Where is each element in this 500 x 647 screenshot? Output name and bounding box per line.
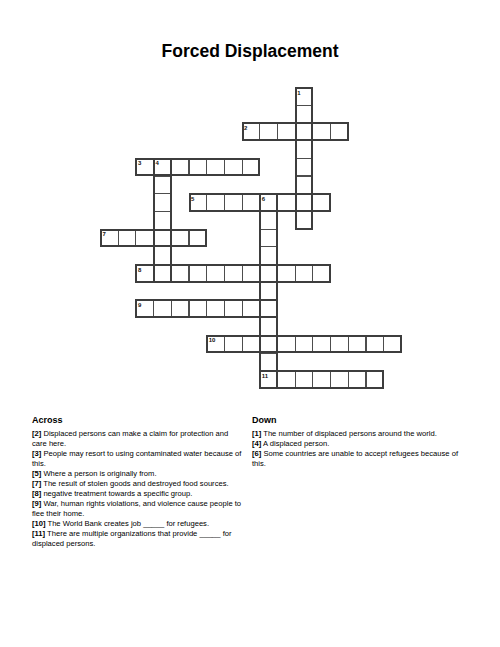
grid-cell[interactable] xyxy=(153,193,172,212)
grid-cell[interactable] xyxy=(348,335,367,354)
grid-cell[interactable] xyxy=(295,335,314,354)
clue-across-10: [10] The World Bank creates job _____ fo… xyxy=(32,519,245,529)
across-heading: Across xyxy=(32,415,245,426)
grid-cell[interactable] xyxy=(348,370,367,389)
grid-cell[interactable] xyxy=(312,122,331,141)
crossword-page: Forced Displacement 1234567891011 Across… xyxy=(0,0,500,647)
grid-cell[interactable] xyxy=(153,264,172,283)
grid-cell[interactable] xyxy=(295,370,314,389)
clue-across-7: [7] The result of stolen goods and destr… xyxy=(32,479,245,489)
clue-across-11: [11] There are multiple organizations th… xyxy=(32,529,245,549)
grid-cell[interactable] xyxy=(312,193,331,212)
grid-cell[interactable] xyxy=(171,299,190,318)
grid-cell[interactable] xyxy=(330,370,349,389)
clue-down-4: [4] A displaced person. xyxy=(252,439,472,449)
grid-cell[interactable] xyxy=(383,335,402,354)
grid-cell[interactable] xyxy=(135,229,154,248)
down-heading: Down xyxy=(252,415,472,426)
across-clue-list: [2] Displaced persons can make a claim f… xyxy=(32,429,245,549)
grid-cell[interactable] xyxy=(135,264,154,283)
clue-down-6: [6] Some countries are unable to accept … xyxy=(252,449,472,469)
grid-cell[interactable] xyxy=(153,229,172,248)
grid-cell[interactable] xyxy=(153,211,172,230)
grid-cell[interactable] xyxy=(224,158,243,177)
across-clues-section: Across [2] Displaced persons can make a … xyxy=(32,415,245,549)
grid-cell[interactable] xyxy=(312,335,331,354)
grid-cell[interactable] xyxy=(295,264,314,283)
grid-cell[interactable] xyxy=(277,122,296,141)
grid-cell[interactable] xyxy=(259,299,278,318)
grid-cell[interactable] xyxy=(295,193,314,212)
grid-cell[interactable] xyxy=(259,246,278,265)
clue-across-9: [9] War, human rights violations, and vi… xyxy=(32,499,245,519)
grid-cell[interactable] xyxy=(118,229,137,248)
grid-cell[interactable] xyxy=(153,176,172,195)
grid-cell[interactable] xyxy=(242,158,261,177)
grid-cell[interactable] xyxy=(366,335,385,354)
grid-cell[interactable] xyxy=(259,317,278,336)
grid-cell[interactable] xyxy=(135,299,154,318)
grid-cell[interactable] xyxy=(206,158,225,177)
grid-cell[interactable] xyxy=(295,105,314,124)
grid-cell[interactable] xyxy=(259,264,278,283)
grid-cell[interactable] xyxy=(189,193,208,212)
grid-cell[interactable] xyxy=(259,353,278,372)
clue-across-3: [3] People may resort to using contamina… xyxy=(32,449,245,469)
clue-down-1: [1] The number of displaced persons arou… xyxy=(252,429,472,439)
grid-cell[interactable] xyxy=(330,122,349,141)
down-clues-section: Down [1] The number of displaced persons… xyxy=(252,415,472,469)
grid-cell[interactable] xyxy=(259,370,278,389)
grid-cell[interactable] xyxy=(295,87,314,106)
grid-cell[interactable] xyxy=(224,299,243,318)
grid-cell[interactable] xyxy=(206,264,225,283)
grid-cell[interactable] xyxy=(295,140,314,159)
grid-cell[interactable] xyxy=(366,370,385,389)
grid-cell[interactable] xyxy=(171,264,190,283)
grid-cell[interactable] xyxy=(135,158,154,177)
grid-cell[interactable] xyxy=(189,229,208,248)
grid-cell[interactable] xyxy=(242,299,261,318)
grid-cell[interactable] xyxy=(153,246,172,265)
grid-cell[interactable] xyxy=(224,264,243,283)
grid-cell[interactable] xyxy=(189,264,208,283)
grid-cell[interactable] xyxy=(330,335,349,354)
grid-cell[interactable] xyxy=(100,229,119,248)
page-title: Forced Displacement xyxy=(0,41,500,62)
grid-cell[interactable] xyxy=(277,370,296,389)
grid-cell[interactable] xyxy=(153,299,172,318)
grid-cell[interactable] xyxy=(242,264,261,283)
clue-across-5: [5] Where a person is originally from. xyxy=(32,469,245,479)
grid-cell[interactable] xyxy=(242,122,261,141)
grid-cell[interactable] xyxy=(189,158,208,177)
grid-cell[interactable] xyxy=(277,264,296,283)
grid-cell[interactable] xyxy=(277,193,296,212)
crossword-grid: 1234567891011 xyxy=(100,87,403,390)
grid-cell[interactable] xyxy=(295,211,314,230)
grid-cell[interactable] xyxy=(312,370,331,389)
grid-cell[interactable] xyxy=(153,158,172,177)
grid-cell[interactable] xyxy=(171,229,190,248)
grid-cell[interactable] xyxy=(295,122,314,141)
grid-cell[interactable] xyxy=(259,282,278,301)
grid-cell[interactable] xyxy=(171,158,190,177)
grid-cell[interactable] xyxy=(259,335,278,354)
grid-cell[interactable] xyxy=(224,193,243,212)
grid-cell[interactable] xyxy=(206,299,225,318)
grid-cell[interactable] xyxy=(295,176,314,195)
grid-cell[interactable] xyxy=(277,335,296,354)
grid-cell[interactable] xyxy=(259,193,278,212)
grid-cell[interactable] xyxy=(206,193,225,212)
grid-cell[interactable] xyxy=(259,122,278,141)
grid-cell[interactable] xyxy=(259,211,278,230)
grid-cell[interactable] xyxy=(312,264,331,283)
grid-cell[interactable] xyxy=(295,158,314,177)
grid-cell[interactable] xyxy=(189,299,208,318)
clue-across-2: [2] Displaced persons can make a claim f… xyxy=(32,429,245,449)
grid-cell[interactable] xyxy=(259,229,278,248)
grid-cell[interactable] xyxy=(242,193,261,212)
grid-cell[interactable] xyxy=(242,335,261,354)
down-clue-list: [1] The number of displaced persons arou… xyxy=(252,429,472,469)
clue-across-8: [8] negative treatment towards a specifi… xyxy=(32,489,245,499)
grid-cell[interactable] xyxy=(206,335,225,354)
grid-cell[interactable] xyxy=(224,335,243,354)
